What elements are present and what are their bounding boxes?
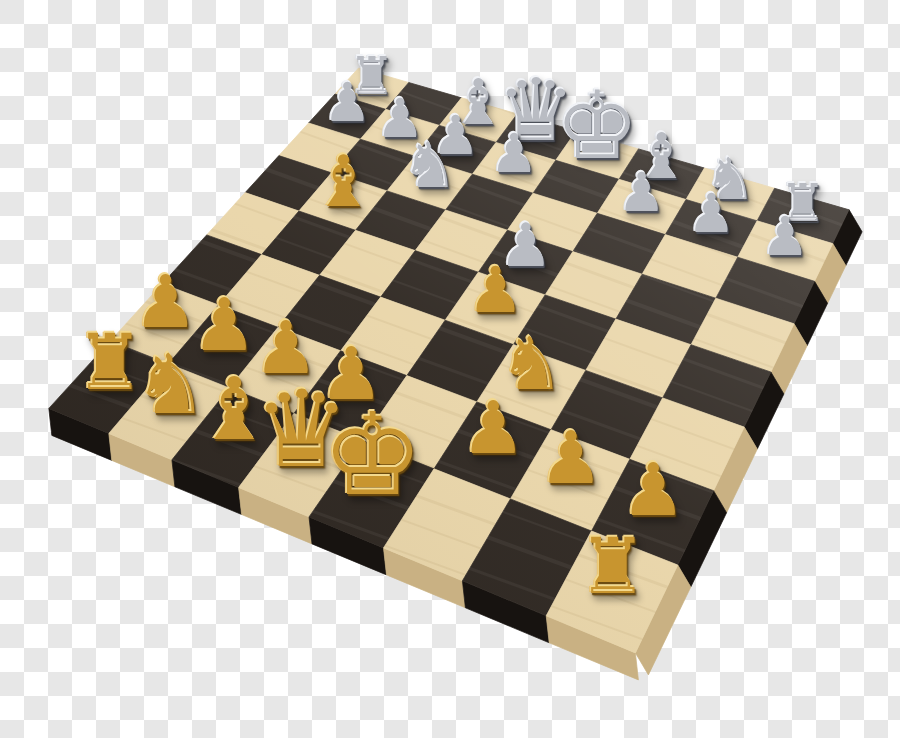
piece-gold-king-e1[interactable]: ♚: [322, 398, 424, 511]
piece-silver-pawn-f7[interactable]: ♟: [618, 166, 666, 220]
piece-silver-king-e8[interactable]: ♚: [555, 79, 639, 173]
piece-gold-pawn-f2[interactable]: ♟: [461, 392, 526, 465]
transparency-checker-background: ♜♟♝♟♛♟♚♟♝♞♞♝♟♜♟♟♟♟♟♟♟♜♞♟♞♝♟♛♟♚♟♜: [0, 0, 900, 738]
piece-gold-rook-h1[interactable]: ♜: [578, 528, 647, 605]
piece-gold-bishop-b5[interactable]: ♝: [312, 146, 375, 216]
piece-gold-pawn-e4[interactable]: ♟: [467, 259, 524, 323]
piece-silver-pawn-g7[interactable]: ♟: [687, 188, 735, 242]
piece-gold-pawn-g2[interactable]: ♟: [538, 422, 603, 495]
piece-silver-knight-c6[interactable]: ♞: [402, 135, 458, 198]
piece-silver-pawn-a7[interactable]: ♟: [323, 76, 371, 130]
piece-silver-pawn-h7[interactable]: ♟: [761, 210, 809, 264]
piece-gold-pawn-h2[interactable]: ♟: [621, 454, 686, 527]
piece-silver-pawn-d7[interactable]: ♟: [490, 127, 538, 181]
